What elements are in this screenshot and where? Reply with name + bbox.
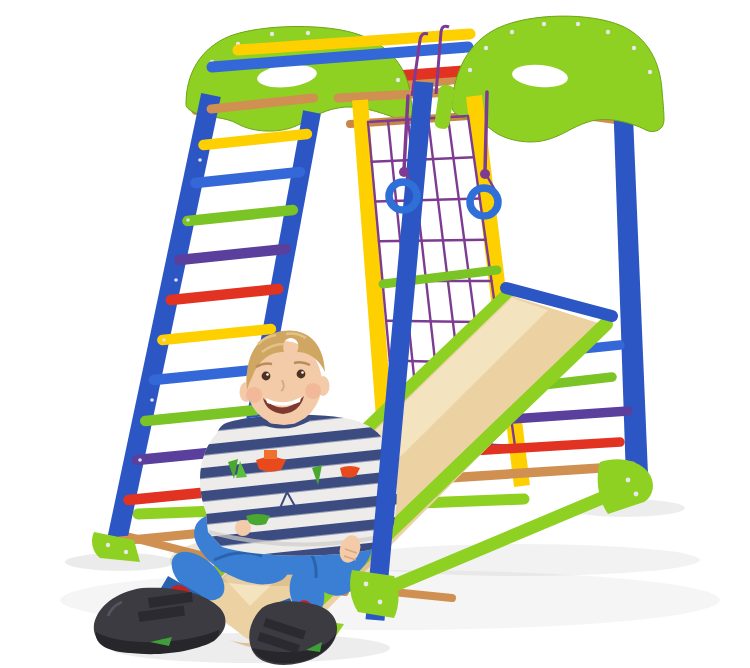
rear-right-leg [613,92,648,479]
ladder-rung-yellow [162,329,271,340]
playground-scene [0,0,750,668]
ladder-rung-purple [179,249,285,260]
ladder-rung-red [171,289,279,300]
cheek [305,383,321,399]
eye [297,370,306,379]
cheek [246,387,262,403]
lower-bracket [350,570,399,618]
product-photo [0,0,750,668]
left-ladder-outer-rail [116,95,211,545]
ladder-rung-green [187,210,292,221]
ladder-rung-yellow [204,134,307,145]
eye [262,372,271,381]
ladder-rung-green [145,410,256,421]
hand [235,520,251,536]
ring-rope [485,92,487,172]
net-rope [379,240,486,242]
ladder-rung-rungBlue [195,172,299,183]
ladder-rung-red [470,442,620,451]
